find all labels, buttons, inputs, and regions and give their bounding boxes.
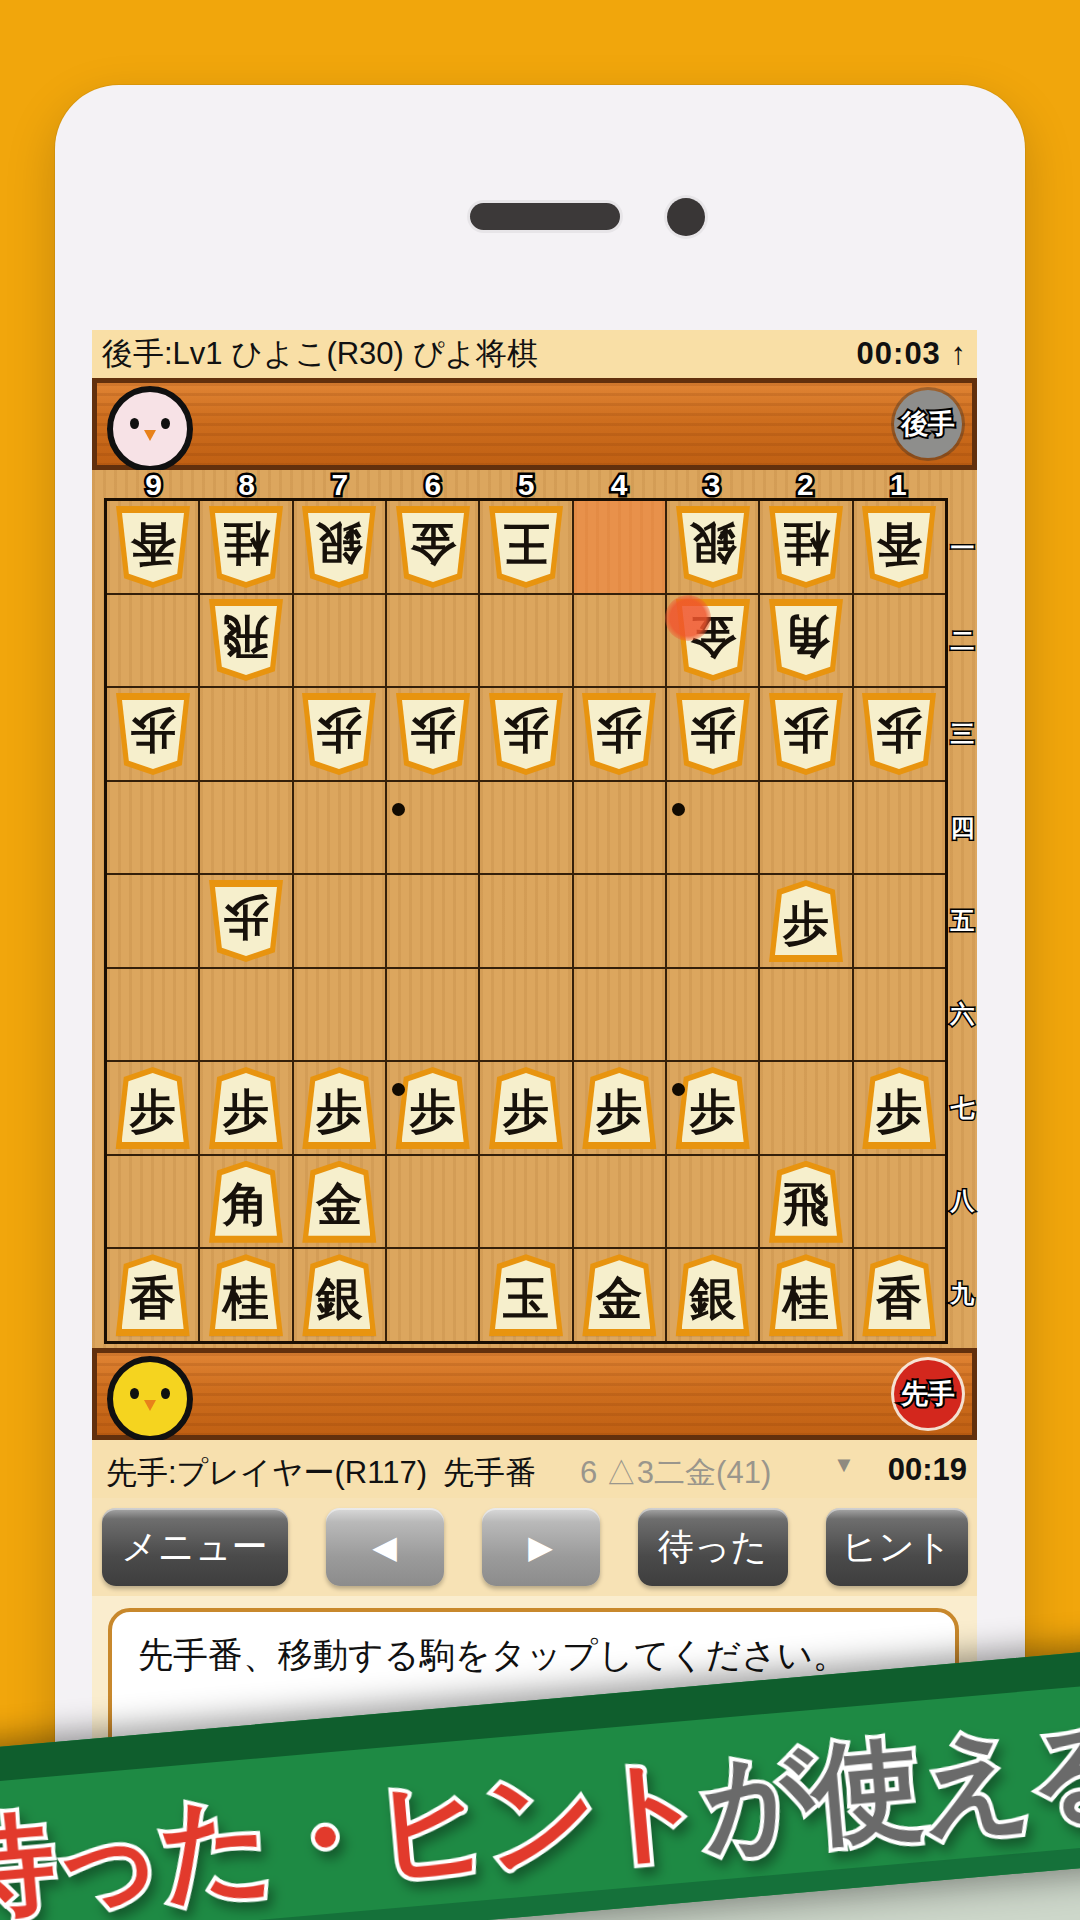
- shogi-piece[interactable]: 歩: [116, 693, 190, 775]
- board-square[interactable]: 桂: [200, 1249, 291, 1341]
- board-square[interactable]: 歩: [574, 1062, 665, 1154]
- board-square[interactable]: [854, 1156, 945, 1248]
- board-square[interactable]: [667, 875, 758, 967]
- gote-clock[interactable]: 00:03 ↑: [857, 336, 967, 372]
- avatar-eye: [130, 418, 139, 429]
- hoshi-point: [672, 1083, 685, 1096]
- board-square[interactable]: [480, 782, 571, 874]
- board-square[interactable]: [480, 595, 571, 687]
- shogi-piece[interactable]: 飛: [209, 599, 283, 681]
- board-square[interactable]: [760, 782, 851, 874]
- board-square[interactable]: 角: [760, 595, 851, 687]
- shogi-piece[interactable]: 歩: [769, 693, 843, 775]
- file-label: 4: [573, 470, 666, 498]
- board-square[interactable]: [574, 782, 665, 874]
- board-square[interactable]: [574, 501, 665, 593]
- piece-glyph: 歩: [690, 1081, 736, 1135]
- message-text: 先手番、移動する駒をタップしてください。: [138, 1635, 848, 1674]
- piece-glyph: 銀: [316, 1268, 362, 1322]
- piece-glyph: 歩: [690, 707, 736, 761]
- gote-player-label: 後手:Lv1 ひよこ(R30) ぴよ将棋: [102, 333, 538, 375]
- board-square[interactable]: [574, 595, 665, 687]
- promo-text-rest: が使える: [698, 1705, 1080, 1866]
- board-square[interactable]: [294, 875, 385, 967]
- piece-glyph: 歩: [410, 707, 456, 761]
- board-square[interactable]: [667, 782, 758, 874]
- piece-glyph: 王: [503, 520, 549, 574]
- last-move-marker: [665, 595, 711, 641]
- piece-glyph: 銀: [690, 1268, 736, 1322]
- board-square[interactable]: 桂: [200, 501, 291, 593]
- board-square[interactable]: 金: [667, 595, 758, 687]
- board-square[interactable]: [387, 1249, 478, 1341]
- shogi-piece[interactable]: 歩: [209, 1067, 283, 1149]
- file-label: 1: [852, 470, 945, 498]
- board-square[interactable]: 金: [387, 501, 478, 593]
- sente-badge: 先手: [894, 1360, 962, 1428]
- board-square[interactable]: [107, 969, 198, 1061]
- shogi-piece[interactable]: 歩: [116, 1067, 190, 1149]
- shogi-piece[interactable]: 歩: [582, 1067, 656, 1149]
- shogi-piece[interactable]: 歩: [676, 693, 750, 775]
- toolbar: メニュー ◀ ▶ 待った ヒント: [92, 1498, 977, 1596]
- board-square[interactable]: [387, 875, 478, 967]
- piece-glyph: 飛: [783, 1174, 829, 1228]
- game-status-bar: 先手:プレイヤー(R117) 先手番 6 △3二金(41) ▼ 00:19: [92, 1440, 977, 1498]
- board-square[interactable]: [294, 969, 385, 1061]
- next-move-button[interactable]: ▶: [482, 1508, 600, 1586]
- board-square[interactable]: 歩: [387, 1062, 478, 1154]
- piece-glyph: 歩: [876, 1081, 922, 1135]
- rank-label: 九: [948, 1248, 977, 1341]
- shogi-piece[interactable]: 香: [116, 1254, 190, 1336]
- sente-banner: 先手: [92, 1348, 977, 1440]
- piece-glyph: 香: [130, 1268, 176, 1322]
- board-square[interactable]: 歩: [480, 1062, 571, 1154]
- board-square[interactable]: [854, 969, 945, 1061]
- piece-glyph: 桂: [783, 1268, 829, 1322]
- rank-label: 五: [948, 874, 977, 967]
- shogi-piece[interactable]: 玉: [489, 1254, 563, 1336]
- shogi-piece[interactable]: 歩: [396, 693, 470, 775]
- shogi-piece[interactable]: 香: [862, 1254, 936, 1336]
- shogi-piece[interactable]: 歩: [209, 880, 283, 962]
- shogi-piece[interactable]: 桂: [769, 1254, 843, 1336]
- piece-glyph: 歩: [503, 707, 549, 761]
- board-square[interactable]: 歩: [107, 1062, 198, 1154]
- piece-glyph: 銀: [316, 520, 362, 574]
- piece-glyph: 歩: [316, 1081, 362, 1135]
- board-square[interactable]: 飛: [200, 595, 291, 687]
- board-square[interactable]: [480, 875, 571, 967]
- hint-button[interactable]: ヒント: [826, 1508, 968, 1586]
- board-square[interactable]: [200, 688, 291, 780]
- board-square[interactable]: [200, 782, 291, 874]
- file-label: 5: [479, 470, 572, 498]
- board-square[interactable]: 歩: [760, 688, 851, 780]
- board-square[interactable]: [480, 1156, 571, 1248]
- shogi-piece[interactable]: 歩: [489, 693, 563, 775]
- board-square[interactable]: [387, 782, 478, 874]
- shogi-piece[interactable]: 桂: [209, 1254, 283, 1336]
- board-square[interactable]: [760, 969, 851, 1061]
- board-square[interactable]: 歩: [667, 1062, 758, 1154]
- board-square[interactable]: [294, 782, 385, 874]
- shogi-piece[interactable]: 金: [582, 1254, 656, 1336]
- rank-label: 二: [948, 594, 977, 687]
- piece-glyph: 桂: [223, 1268, 269, 1322]
- piece-glyph: 金: [316, 1174, 362, 1228]
- shogi-piece[interactable]: 金: [396, 506, 470, 588]
- shogi-piece[interactable]: 歩: [396, 1067, 470, 1149]
- board-square[interactable]: [107, 1156, 198, 1248]
- gote-clock-time: 00:03: [857, 336, 941, 371]
- undo-button[interactable]: 待った: [638, 1508, 788, 1586]
- board-square[interactable]: [667, 1156, 758, 1248]
- board-square[interactable]: 歩: [480, 688, 571, 780]
- shogi-piece[interactable]: 桂: [769, 506, 843, 588]
- shogi-piece[interactable]: 歩: [302, 693, 376, 775]
- board-square[interactable]: 飛: [760, 1156, 851, 1248]
- piece-glyph: 金: [410, 520, 456, 574]
- board-square[interactable]: [574, 969, 665, 1061]
- rank-label: 四: [948, 781, 977, 874]
- piece-glyph: 桂: [223, 520, 269, 574]
- shogi-piece[interactable]: 角: [769, 599, 843, 681]
- board-square[interactable]: 歩: [574, 688, 665, 780]
- board-square[interactable]: 銀: [294, 501, 385, 593]
- piece-glyph: 金: [596, 1268, 642, 1322]
- gote-avatar: [107, 386, 193, 472]
- board-square[interactable]: 香: [854, 1249, 945, 1341]
- board-square[interactable]: 金: [574, 1249, 665, 1341]
- piece-glyph: 香: [876, 520, 922, 574]
- piece-glyph: 歩: [783, 707, 829, 761]
- rank-label: 三: [948, 688, 977, 781]
- board-square[interactable]: 歩: [294, 688, 385, 780]
- board-grid[interactable]: 香桂銀金王銀桂香飛金角歩歩歩歩歩歩歩歩歩歩歩歩歩歩歩歩歩歩角金飛香桂銀玉金銀桂香: [104, 498, 948, 1344]
- board-square[interactable]: 香: [854, 501, 945, 593]
- shogi-piece[interactable]: 銀: [302, 506, 376, 588]
- shogi-piece[interactable]: 歩: [862, 693, 936, 775]
- shogi-piece[interactable]: 金: [302, 1161, 376, 1243]
- avatar-eye: [161, 1388, 170, 1399]
- board-square[interactable]: 歩: [760, 875, 851, 967]
- board-square[interactable]: 歩: [387, 688, 478, 780]
- piece-glyph: 歩: [783, 893, 829, 947]
- piece-glyph: 銀: [690, 520, 736, 574]
- board-square[interactable]: 香: [107, 501, 198, 593]
- shogi-piece[interactable]: 銀: [302, 1254, 376, 1336]
- file-labels: 987654321: [107, 470, 945, 498]
- piece-glyph: 歩: [130, 1081, 176, 1135]
- board-square[interactable]: 歩: [107, 688, 198, 780]
- board-square[interactable]: 桂: [760, 1249, 851, 1341]
- avatar-beak: [144, 1400, 156, 1411]
- board-square[interactable]: [107, 595, 198, 687]
- board-square[interactable]: 金: [294, 1156, 385, 1248]
- rank-label: 六: [948, 968, 977, 1061]
- piece-glyph: 歩: [596, 1081, 642, 1135]
- board-square[interactable]: [854, 875, 945, 967]
- hoshi-point: [392, 803, 405, 816]
- board-square[interactable]: [387, 1156, 478, 1248]
- shogi-piece[interactable]: 香: [862, 506, 936, 588]
- board-square[interactable]: [200, 969, 291, 1061]
- piece-glyph: 歩: [223, 894, 269, 948]
- shogi-piece[interactable]: 歩: [676, 1067, 750, 1149]
- shogi-piece[interactable]: 歩: [862, 1067, 936, 1149]
- shogi-piece[interactable]: 歩: [769, 880, 843, 962]
- shogi-piece[interactable]: 歩: [302, 1067, 376, 1149]
- file-label: 3: [666, 470, 759, 498]
- shogi-piece[interactable]: 香: [116, 506, 190, 588]
- piece-glyph: 歩: [223, 1081, 269, 1135]
- board-square[interactable]: 歩: [667, 688, 758, 780]
- file-label: 9: [107, 470, 200, 498]
- board-square[interactable]: 王: [480, 501, 571, 593]
- board-square[interactable]: 歩: [200, 875, 291, 967]
- board-square[interactable]: [480, 969, 571, 1061]
- menu-button[interactable]: メニュー: [102, 1508, 288, 1586]
- board-square[interactable]: [107, 782, 198, 874]
- piece-glyph: 香: [130, 520, 176, 574]
- gote-banner: 後手: [92, 378, 977, 470]
- piece-glyph: 歩: [130, 707, 176, 761]
- board-square[interactable]: [760, 1062, 851, 1154]
- rank-label: 一: [948, 501, 977, 594]
- avatar-eye: [161, 418, 170, 429]
- board-square[interactable]: 香: [107, 1249, 198, 1341]
- turn-indicator: 先手番: [443, 1452, 536, 1494]
- board-square[interactable]: [667, 969, 758, 1061]
- rank-label: 八: [948, 1154, 977, 1247]
- piece-glyph: 角: [783, 614, 829, 668]
- file-label: 6: [386, 470, 479, 498]
- phone-camera-icon: [667, 198, 705, 236]
- board-square[interactable]: [854, 782, 945, 874]
- up-arrow-icon: ↑: [951, 336, 968, 371]
- board-square[interactable]: 銀: [667, 1249, 758, 1341]
- board-square[interactable]: [574, 875, 665, 967]
- shogi-piece[interactable]: 桂: [209, 506, 283, 588]
- sente-avatar: [107, 1356, 193, 1442]
- board-square[interactable]: 歩: [200, 1062, 291, 1154]
- shogi-piece[interactable]: 角: [209, 1161, 283, 1243]
- board-square[interactable]: 銀: [667, 501, 758, 593]
- piece-glyph: 歩: [316, 707, 362, 761]
- shogi-board[interactable]: 987654321 香桂銀金王銀桂香飛金角歩歩歩歩歩歩歩歩歩歩歩歩歩歩歩歩歩歩角…: [92, 470, 977, 1348]
- prev-move-button[interactable]: ◀: [326, 1508, 444, 1586]
- shogi-piece[interactable]: 王: [489, 506, 563, 588]
- piece-glyph: 玉: [503, 1268, 549, 1322]
- piece-glyph: 歩: [876, 707, 922, 761]
- hoshi-point: [672, 803, 685, 816]
- board-square[interactable]: 歩: [854, 688, 945, 780]
- piece-glyph: 角: [223, 1174, 269, 1228]
- avatar-beak: [144, 430, 156, 441]
- shogi-piece[interactable]: 歩: [582, 693, 656, 775]
- board-square[interactable]: [387, 969, 478, 1061]
- rank-label: 七: [948, 1061, 977, 1154]
- piece-glyph: 歩: [410, 1081, 456, 1135]
- gote-badge: 後手: [894, 390, 962, 458]
- board-square[interactable]: [854, 595, 945, 687]
- board-square[interactable]: [387, 595, 478, 687]
- board-square[interactable]: [574, 1156, 665, 1248]
- sente-clock: 00:19: [888, 1452, 967, 1488]
- dropdown-caret-icon[interactable]: ▼: [833, 1452, 855, 1478]
- hoshi-point: [392, 1083, 405, 1096]
- board-square[interactable]: 銀: [294, 1249, 385, 1341]
- board-square[interactable]: 玉: [480, 1249, 571, 1341]
- phone-speaker: [470, 203, 620, 230]
- board-square[interactable]: 歩: [854, 1062, 945, 1154]
- board-square[interactable]: 歩: [294, 1062, 385, 1154]
- shogi-piece[interactable]: 歩: [489, 1067, 563, 1149]
- last-move-text[interactable]: 6 △3二金(41): [580, 1452, 771, 1494]
- shogi-piece[interactable]: 銀: [676, 1254, 750, 1336]
- top-status-bar: 後手:Lv1 ひよこ(R30) ぴよ将棋 00:03 ↑: [92, 330, 977, 378]
- file-label: 8: [200, 470, 293, 498]
- avatar-eye: [130, 1388, 139, 1399]
- sente-player-label: 先手:プレイヤー(R117): [106, 1452, 427, 1494]
- file-label: 7: [293, 470, 386, 498]
- piece-glyph: 飛: [223, 614, 269, 668]
- rank-labels: 一二三四五六七八九: [948, 501, 977, 1341]
- piece-glyph: 香: [876, 1268, 922, 1322]
- shogi-piece[interactable]: 銀: [676, 506, 750, 588]
- board-square[interactable]: [107, 875, 198, 967]
- board-square[interactable]: [294, 595, 385, 687]
- piece-glyph: 歩: [596, 707, 642, 761]
- board-square[interactable]: 角: [200, 1156, 291, 1248]
- file-label: 2: [759, 470, 852, 498]
- board-square[interactable]: 桂: [760, 501, 851, 593]
- piece-glyph: 桂: [783, 520, 829, 574]
- piece-glyph: 歩: [503, 1081, 549, 1135]
- shogi-piece[interactable]: 飛: [769, 1161, 843, 1243]
